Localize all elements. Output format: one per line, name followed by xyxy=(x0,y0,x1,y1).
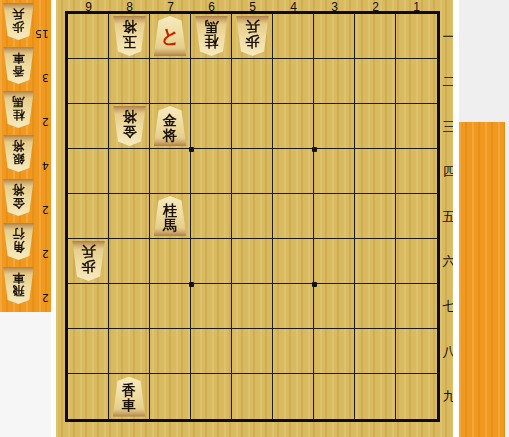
square-33[interactable] xyxy=(314,104,355,149)
square-72[interactable] xyxy=(150,59,191,104)
square-73[interactable]: 金将 xyxy=(150,104,191,149)
square-57[interactable] xyxy=(232,284,273,329)
gote-gold-piece[interactable]: 金将 xyxy=(113,106,146,146)
square-51[interactable]: 歩兵 xyxy=(232,14,273,59)
square-28[interactable] xyxy=(355,329,396,374)
hand-slot-bishop: 角行2 xyxy=(0,220,51,264)
square-27[interactable] xyxy=(355,284,396,329)
square-34[interactable] xyxy=(314,149,355,194)
square-71[interactable]: と xyxy=(150,14,191,59)
square-37[interactable] xyxy=(314,284,355,329)
square-32[interactable] xyxy=(314,59,355,104)
piece-kanji: 歩兵 xyxy=(81,245,95,277)
star-point-4 xyxy=(312,282,317,287)
gote-knight-piece[interactable]: 桂馬 xyxy=(195,16,228,56)
hand-slot-rook: 飛車2 xyxy=(0,264,51,308)
hand-count-lance: 3 xyxy=(42,71,49,84)
gote-pawn-piece[interactable]: 歩兵 xyxy=(236,16,269,56)
square-38[interactable] xyxy=(314,329,355,374)
piece-kanji: 金将 xyxy=(163,110,177,142)
square-17[interactable] xyxy=(396,284,437,329)
hand-slot-gold: 金将2 xyxy=(0,176,51,220)
square-63[interactable] xyxy=(191,104,232,149)
square-13[interactable] xyxy=(396,104,437,149)
square-75[interactable]: 桂馬 xyxy=(150,194,191,239)
square-35[interactable] xyxy=(314,194,355,239)
square-53[interactable] xyxy=(232,104,273,149)
square-82[interactable] xyxy=(109,59,150,104)
square-22[interactable] xyxy=(355,59,396,104)
square-14[interactable] xyxy=(396,149,437,194)
sente-gold-piece[interactable]: 金将 xyxy=(154,106,187,146)
square-93[interactable] xyxy=(68,104,109,149)
square-91[interactable] xyxy=(68,14,109,59)
square-26[interactable] xyxy=(355,239,396,284)
hand-count-pawn: 15 xyxy=(35,27,49,40)
square-15[interactable] xyxy=(396,194,437,239)
square-76[interactable] xyxy=(150,239,191,284)
right-side-panel xyxy=(459,122,505,437)
piece-kanji: と xyxy=(161,26,180,47)
square-97[interactable] xyxy=(68,284,109,329)
piece-kanji: 飛車 xyxy=(13,272,25,299)
square-12[interactable] xyxy=(396,59,437,104)
square-62[interactable] xyxy=(191,59,232,104)
square-25[interactable] xyxy=(355,194,396,239)
square-44[interactable] xyxy=(273,149,314,194)
gote-hand-silver-piece[interactable]: 銀将 xyxy=(3,135,34,172)
hand-slot-silver: 銀将4 xyxy=(0,132,51,176)
square-65[interactable] xyxy=(191,194,232,239)
square-69[interactable] xyxy=(191,374,232,419)
square-81[interactable]: 玉将 xyxy=(109,14,150,59)
tray-empty-area xyxy=(0,312,51,437)
square-24[interactable] xyxy=(355,149,396,194)
square-23[interactable] xyxy=(355,104,396,149)
piece-kanji: 香車 xyxy=(122,380,136,412)
square-74[interactable] xyxy=(150,149,191,194)
gote-hand-rook-piece[interactable]: 飛車 xyxy=(3,267,34,304)
square-11[interactable] xyxy=(396,14,437,59)
square-61[interactable]: 桂馬 xyxy=(191,14,232,59)
gote-hand-lance-piece[interactable]: 香車 xyxy=(3,47,34,84)
square-79[interactable] xyxy=(150,374,191,419)
hand-count-rook: 2 xyxy=(42,291,49,304)
square-83[interactable]: 金将 xyxy=(109,104,150,149)
square-56[interactable] xyxy=(232,239,273,284)
square-96[interactable]: 歩兵 xyxy=(68,239,109,284)
star-point-2 xyxy=(312,147,317,152)
gote-hand-gold-piece[interactable]: 金将 xyxy=(3,179,34,216)
square-43[interactable] xyxy=(273,104,314,149)
square-77[interactable] xyxy=(150,284,191,329)
hand-slot-pawn: 歩兵15 xyxy=(0,0,51,44)
gote-king-piece[interactable]: 玉将 xyxy=(113,16,146,56)
hand-slot-lance: 香車3 xyxy=(0,44,51,88)
board-panel: 987654321 玉将と桂馬歩兵金将金将桂馬歩兵香車 一二三四五六七八九 xyxy=(56,0,453,437)
piece-kanji: 玉将 xyxy=(122,20,136,52)
square-84[interactable] xyxy=(109,149,150,194)
square-46[interactable] xyxy=(273,239,314,284)
square-39[interactable] xyxy=(314,374,355,419)
piece-kanji: 角行 xyxy=(13,228,25,255)
square-55[interactable] xyxy=(232,194,273,239)
piece-kanji: 桂馬 xyxy=(204,20,218,52)
square-95[interactable] xyxy=(68,194,109,239)
hand-count-knight: 2 xyxy=(42,115,49,128)
square-54[interactable] xyxy=(232,149,273,194)
board-grid: 玉将と桂馬歩兵金将金将桂馬歩兵香車 xyxy=(68,14,437,419)
square-58[interactable] xyxy=(232,329,273,374)
star-point-1 xyxy=(189,147,194,152)
square-67[interactable] xyxy=(191,284,232,329)
hand-count-gold: 2 xyxy=(42,203,49,216)
square-64[interactable] xyxy=(191,149,232,194)
hand-slot-knight: 桂馬2 xyxy=(0,88,51,132)
sente-tokin-piece[interactable]: と xyxy=(154,16,187,56)
piece-kanji: 桂馬 xyxy=(163,200,177,232)
square-98[interactable] xyxy=(68,329,109,374)
square-68[interactable] xyxy=(191,329,232,374)
gote-hand-tray: 歩兵15香車3桂馬2銀将4金将2角行2飛車2 xyxy=(0,0,51,312)
square-29[interactable] xyxy=(355,374,396,419)
gote-hand-bishop-piece[interactable]: 角行 xyxy=(3,223,34,260)
shogi-board: 玉将と桂馬歩兵金将金将桂馬歩兵香車 xyxy=(65,11,440,422)
square-92[interactable] xyxy=(68,59,109,104)
piece-kanji: 桂馬 xyxy=(13,96,25,123)
square-49[interactable] xyxy=(273,374,314,419)
square-52[interactable] xyxy=(232,59,273,104)
square-18[interactable] xyxy=(396,329,437,374)
square-48[interactable] xyxy=(273,329,314,374)
piece-kanji: 香車 xyxy=(13,52,25,79)
piece-kanji: 銀将 xyxy=(13,140,25,167)
square-99[interactable] xyxy=(68,374,109,419)
square-47[interactable] xyxy=(273,284,314,329)
sente-knight-piece[interactable]: 桂馬 xyxy=(154,196,187,236)
square-89[interactable]: 香車 xyxy=(109,374,150,419)
piece-kanji: 金将 xyxy=(13,184,25,211)
square-87[interactable] xyxy=(109,284,150,329)
square-59[interactable] xyxy=(232,374,273,419)
hand-count-bishop: 2 xyxy=(42,247,49,260)
square-41[interactable] xyxy=(273,14,314,59)
hand-count-silver: 4 xyxy=(42,159,49,172)
square-85[interactable] xyxy=(109,194,150,239)
square-42[interactable] xyxy=(273,59,314,104)
gote-hand-pawn-piece[interactable]: 歩兵 xyxy=(3,3,34,40)
square-94[interactable] xyxy=(68,149,109,194)
shogi-app-window: { "game": "shogi", "diagram_type": "tsum… xyxy=(0,0,509,437)
square-66[interactable] xyxy=(191,239,232,284)
star-point-3 xyxy=(189,282,194,287)
gote-pawn-piece[interactable]: 歩兵 xyxy=(72,241,105,281)
square-78[interactable] xyxy=(150,329,191,374)
piece-kanji: 歩兵 xyxy=(13,8,25,35)
square-21[interactable] xyxy=(355,14,396,59)
square-45[interactable] xyxy=(273,194,314,239)
gote-hand-knight-piece[interactable]: 桂馬 xyxy=(3,91,34,128)
square-16[interactable] xyxy=(396,239,437,284)
sente-lance-piece[interactable]: 香車 xyxy=(113,377,146,417)
square-88[interactable] xyxy=(109,329,150,374)
piece-kanji: 金将 xyxy=(122,110,136,142)
square-19[interactable] xyxy=(396,374,437,419)
square-86[interactable] xyxy=(109,239,150,284)
square-31[interactable] xyxy=(314,14,355,59)
piece-kanji: 歩兵 xyxy=(245,20,259,52)
square-36[interactable] xyxy=(314,239,355,284)
